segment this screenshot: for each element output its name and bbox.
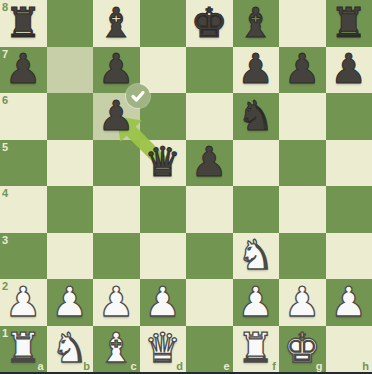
correct-move-badge <box>126 84 150 108</box>
piece-white-pawn[interactable]: ♟ <box>140 279 187 326</box>
square-h2[interactable]: ♟ <box>326 279 372 326</box>
chess-board: 8♜♝♚♝♜7♟♟♟♟♟6♟♞5♛♟43♞2♟♟♟♟♟♟♟1a♜b♞c♝d♛ef… <box>0 0 372 372</box>
check-icon <box>126 84 150 108</box>
piece-white-knight[interactable]: ♞ <box>47 326 94 373</box>
square-e7[interactable] <box>186 47 233 94</box>
square-e4[interactable] <box>186 186 233 233</box>
piece-white-king[interactable]: ♚ <box>279 326 326 373</box>
square-c1[interactable]: c♝ <box>93 326 140 373</box>
square-h3[interactable] <box>326 233 372 280</box>
square-h5[interactable] <box>326 140 372 187</box>
chess-app-window: 8♜♝♚♝♜7♟♟♟♟♟6♟♞5♛♟43♞2♟♟♟♟♟♟♟1a♜b♞c♝d♛ef… <box>0 0 372 374</box>
piece-white-pawn[interactable]: ♟ <box>93 279 140 326</box>
square-g7[interactable]: ♟ <box>279 47 326 94</box>
square-g3[interactable] <box>279 233 326 280</box>
square-d2[interactable]: ♟ <box>140 279 187 326</box>
piece-black-queen[interactable]: ♛ <box>140 140 187 187</box>
rank-label-4: 4 <box>2 187 8 199</box>
square-g5[interactable] <box>279 140 326 187</box>
square-f7[interactable]: ♟ <box>233 47 280 94</box>
piece-white-bishop[interactable]: ♝ <box>93 326 140 373</box>
square-b3[interactable] <box>47 233 94 280</box>
square-e5[interactable]: ♟ <box>186 140 233 187</box>
square-d8[interactable] <box>140 0 187 47</box>
square-g1[interactable]: g♚ <box>279 326 326 373</box>
square-c5[interactable] <box>93 140 140 187</box>
square-e2[interactable] <box>186 279 233 326</box>
square-a3[interactable]: 3 <box>0 233 47 280</box>
square-b4[interactable] <box>47 186 94 233</box>
square-a5[interactable]: 5 <box>0 140 47 187</box>
square-b6[interactable] <box>47 93 94 140</box>
piece-black-pawn[interactable]: ♟ <box>279 47 326 94</box>
square-h6[interactable] <box>326 93 372 140</box>
square-c4[interactable] <box>93 186 140 233</box>
square-b7[interactable] <box>47 47 94 94</box>
square-d5[interactable]: ♛ <box>140 140 187 187</box>
square-f5[interactable] <box>233 140 280 187</box>
square-b2[interactable]: ♟ <box>47 279 94 326</box>
square-f1[interactable]: f♜ <box>233 326 280 373</box>
square-c2[interactable]: ♟ <box>93 279 140 326</box>
piece-black-pawn[interactable]: ♟ <box>233 47 280 94</box>
square-h1[interactable]: h <box>326 326 372 373</box>
square-f3[interactable]: ♞ <box>233 233 280 280</box>
piece-white-pawn[interactable]: ♟ <box>326 279 372 326</box>
piece-white-pawn[interactable]: ♟ <box>47 279 94 326</box>
rank-label-3: 3 <box>2 234 8 246</box>
piece-white-rook[interactable]: ♜ <box>0 326 47 373</box>
square-h7[interactable]: ♟ <box>326 47 372 94</box>
square-e1[interactable]: e <box>186 326 233 373</box>
square-c8[interactable]: ♝ <box>93 0 140 47</box>
square-f2[interactable]: ♟ <box>233 279 280 326</box>
square-a8[interactable]: 8♜ <box>0 0 47 47</box>
piece-black-pawn[interactable]: ♟ <box>0 47 47 94</box>
file-label-h: h <box>362 360 369 372</box>
square-g2[interactable]: ♟ <box>279 279 326 326</box>
piece-white-knight[interactable]: ♞ <box>233 233 280 280</box>
piece-black-pawn[interactable]: ♟ <box>186 140 233 187</box>
square-e8[interactable]: ♚ <box>186 0 233 47</box>
square-a1[interactable]: 1a♜ <box>0 326 47 373</box>
square-d3[interactable] <box>140 233 187 280</box>
file-label-e: e <box>223 360 229 372</box>
square-g8[interactable] <box>279 0 326 47</box>
square-b5[interactable] <box>47 140 94 187</box>
piece-black-pawn[interactable]: ♟ <box>326 47 372 94</box>
square-b1[interactable]: b♞ <box>47 326 94 373</box>
piece-white-pawn[interactable]: ♟ <box>233 279 280 326</box>
square-b8[interactable] <box>47 0 94 47</box>
piece-white-pawn[interactable]: ♟ <box>0 279 47 326</box>
square-f8[interactable]: ♝ <box>233 0 280 47</box>
piece-white-queen[interactable]: ♛ <box>140 326 187 373</box>
piece-black-bishop[interactable]: ♝ <box>233 0 280 47</box>
square-d4[interactable] <box>140 186 187 233</box>
square-f6[interactable]: ♞ <box>233 93 280 140</box>
square-d1[interactable]: d♛ <box>140 326 187 373</box>
square-c3[interactable] <box>93 233 140 280</box>
square-e3[interactable] <box>186 233 233 280</box>
square-h4[interactable] <box>326 186 372 233</box>
piece-black-rook[interactable]: ♜ <box>326 0 372 47</box>
rank-label-6: 6 <box>2 94 8 106</box>
piece-white-rook[interactable]: ♜ <box>233 326 280 373</box>
square-g6[interactable] <box>279 93 326 140</box>
square-a7[interactable]: 7♟ <box>0 47 47 94</box>
square-f4[interactable] <box>233 186 280 233</box>
square-e6[interactable] <box>186 93 233 140</box>
square-h8[interactable]: ♜ <box>326 0 372 47</box>
piece-black-king[interactable]: ♚ <box>186 0 233 47</box>
piece-white-pawn[interactable]: ♟ <box>279 279 326 326</box>
piece-black-knight[interactable]: ♞ <box>233 93 280 140</box>
piece-black-rook[interactable]: ♜ <box>0 0 47 47</box>
square-a2[interactable]: 2♟ <box>0 279 47 326</box>
rank-label-5: 5 <box>2 141 8 153</box>
piece-black-bishop[interactable]: ♝ <box>93 0 140 47</box>
square-a4[interactable]: 4 <box>0 186 47 233</box>
square-g4[interactable] <box>279 186 326 233</box>
square-a6[interactable]: 6 <box>0 93 47 140</box>
